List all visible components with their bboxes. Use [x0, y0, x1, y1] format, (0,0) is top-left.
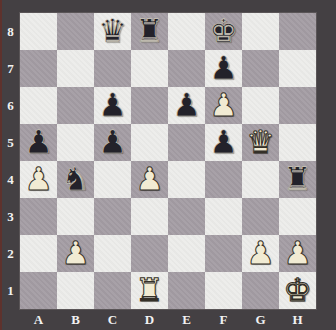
square-h5[interactable] [279, 124, 316, 161]
square-a5[interactable]: ♟ [20, 124, 57, 161]
black-king-f8[interactable]: ♚ [209, 13, 238, 50]
rank-label-5: 5 [2, 124, 19, 161]
rank-label-2: 2 [2, 235, 19, 272]
square-h4[interactable]: ♜ [279, 161, 316, 198]
square-f7[interactable]: ♟ [205, 50, 242, 87]
file-labels: ABCDEFGH [20, 310, 316, 330]
square-c2[interactable] [94, 235, 131, 272]
white-pawn-g2[interactable]: ♟ [246, 235, 275, 272]
square-b8[interactable] [57, 13, 94, 50]
white-king-h1[interactable]: ♚ [283, 272, 312, 309]
black-knight-b4[interactable]: ♞ [61, 161, 90, 198]
square-f1[interactable] [205, 272, 242, 309]
square-c6[interactable]: ♟ [94, 87, 131, 124]
black-pawn-c6[interactable]: ♟ [98, 87, 127, 124]
file-label-c: C [94, 310, 131, 330]
square-g4[interactable] [242, 161, 279, 198]
rank-label-6: 6 [2, 87, 19, 124]
square-e4[interactable] [168, 161, 205, 198]
square-e2[interactable] [168, 235, 205, 272]
square-b2[interactable]: ♟ [57, 235, 94, 272]
square-d2[interactable] [131, 235, 168, 272]
square-d8[interactable]: ♜ [131, 13, 168, 50]
square-c7[interactable] [94, 50, 131, 87]
square-a3[interactable] [20, 198, 57, 235]
square-h3[interactable] [279, 198, 316, 235]
rank-label-7: 7 [2, 50, 19, 87]
square-a1[interactable] [20, 272, 57, 309]
file-label-e: E [168, 310, 205, 330]
square-f8[interactable]: ♚ [205, 13, 242, 50]
square-c4[interactable] [94, 161, 131, 198]
square-e6[interactable]: ♟ [168, 87, 205, 124]
square-e8[interactable] [168, 13, 205, 50]
black-rook-d8[interactable]: ♜ [135, 13, 164, 50]
black-queen-c8[interactable]: ♛ [98, 13, 127, 50]
file-label-a: A [20, 310, 57, 330]
white-queen-g5[interactable]: ♛ [246, 124, 275, 161]
chess-board-panel: 87654321 ♛♜♚♟♟♟♟♟♟♟♛♟♞♟♜♟♟♟♜♚ ABCDEFGH [0, 0, 336, 330]
square-b6[interactable] [57, 87, 94, 124]
black-rook-h4[interactable]: ♜ [283, 161, 312, 198]
square-a6[interactable] [20, 87, 57, 124]
square-g7[interactable] [242, 50, 279, 87]
square-d1[interactable]: ♜ [131, 272, 168, 309]
rank-label-4: 4 [2, 161, 19, 198]
black-pawn-c5[interactable]: ♟ [98, 124, 127, 161]
file-label-d: D [131, 310, 168, 330]
square-h2[interactable]: ♟ [279, 235, 316, 272]
square-a7[interactable] [20, 50, 57, 87]
square-g2[interactable]: ♟ [242, 235, 279, 272]
square-h8[interactable] [279, 13, 316, 50]
file-label-f: F [205, 310, 242, 330]
rank-label-1: 1 [2, 272, 19, 309]
square-g6[interactable] [242, 87, 279, 124]
chess-board[interactable]: ♛♜♚♟♟♟♟♟♟♟♛♟♞♟♜♟♟♟♜♚ [20, 13, 316, 309]
rank-labels: 87654321 [2, 13, 19, 309]
square-g1[interactable] [242, 272, 279, 309]
square-b7[interactable] [57, 50, 94, 87]
square-b5[interactable] [57, 124, 94, 161]
rank-label-8: 8 [2, 13, 19, 50]
square-f6[interactable]: ♟ [205, 87, 242, 124]
square-e7[interactable] [168, 50, 205, 87]
square-f2[interactable] [205, 235, 242, 272]
square-h6[interactable] [279, 87, 316, 124]
square-e1[interactable] [168, 272, 205, 309]
black-pawn-a5[interactable]: ♟ [24, 124, 53, 161]
white-pawn-a4[interactable]: ♟ [24, 161, 53, 198]
square-b3[interactable] [57, 198, 94, 235]
square-e5[interactable] [168, 124, 205, 161]
square-a2[interactable] [20, 235, 57, 272]
square-c1[interactable] [94, 272, 131, 309]
square-d7[interactable] [131, 50, 168, 87]
file-label-b: B [57, 310, 94, 330]
black-pawn-f5[interactable]: ♟ [209, 124, 238, 161]
white-pawn-f6[interactable]: ♟ [209, 87, 238, 124]
square-d3[interactable] [131, 198, 168, 235]
black-pawn-e6[interactable]: ♟ [172, 87, 201, 124]
square-d6[interactable] [131, 87, 168, 124]
white-pawn-b2[interactable]: ♟ [61, 235, 90, 272]
square-b1[interactable] [57, 272, 94, 309]
square-f5[interactable]: ♟ [205, 124, 242, 161]
rank-label-3: 3 [2, 198, 19, 235]
square-a8[interactable] [20, 13, 57, 50]
square-a4[interactable]: ♟ [20, 161, 57, 198]
square-d5[interactable] [131, 124, 168, 161]
square-g8[interactable] [242, 13, 279, 50]
square-b4[interactable]: ♞ [57, 161, 94, 198]
square-d4[interactable]: ♟ [131, 161, 168, 198]
square-c8[interactable]: ♛ [94, 13, 131, 50]
white-pawn-h2[interactable]: ♟ [283, 235, 312, 272]
square-c3[interactable] [94, 198, 131, 235]
white-rook-d1[interactable]: ♜ [135, 272, 164, 309]
file-label-h: H [279, 310, 316, 330]
square-h1[interactable]: ♚ [279, 272, 316, 309]
file-label-g: G [242, 310, 279, 330]
square-c5[interactable]: ♟ [94, 124, 131, 161]
square-g3[interactable] [242, 198, 279, 235]
square-h7[interactable] [279, 50, 316, 87]
square-f4[interactable] [205, 161, 242, 198]
black-pawn-f7[interactable]: ♟ [209, 50, 238, 87]
white-pawn-d4[interactable]: ♟ [135, 161, 164, 198]
square-e3[interactable] [168, 198, 205, 235]
square-g5[interactable]: ♛ [242, 124, 279, 161]
square-f3[interactable] [205, 198, 242, 235]
